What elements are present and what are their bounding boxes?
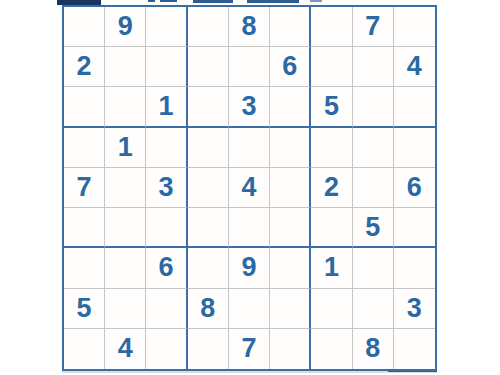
sudoku-cell-r3c2[interactable] <box>105 87 146 127</box>
sudoku-cell-r7c9[interactable] <box>394 248 435 288</box>
sudoku-cell-r4c3[interactable] <box>146 128 187 168</box>
sudoku-cell-r5c2[interactable] <box>105 168 146 208</box>
sudoku-cell-r3c1[interactable] <box>64 87 105 127</box>
sudoku-cell-r9c6[interactable] <box>270 329 311 369</box>
sudoku-cell-r9c5[interactable]: 7 <box>229 329 270 369</box>
sudoku-cell-r5c6[interactable] <box>270 168 311 208</box>
sudoku-board: 9872641351734265691583478 <box>62 5 437 371</box>
sudoku-cell-r3c7[interactable]: 5 <box>311 87 352 127</box>
sudoku-cell-r6c6[interactable] <box>270 208 311 248</box>
sudoku-cell-r7c4[interactable] <box>188 248 229 288</box>
sudoku-cell-r6c4[interactable] <box>188 208 229 248</box>
sudoku-cell-r4c2[interactable]: 1 <box>105 128 146 168</box>
sudoku-cell-r1c3[interactable] <box>146 7 187 47</box>
sudoku-cell-r2c3[interactable] <box>146 47 187 87</box>
sudoku-cell-r3c8[interactable] <box>353 87 394 127</box>
sudoku-cell-r5c5[interactable]: 4 <box>229 168 270 208</box>
sudoku-cell-r6c8[interactable]: 5 <box>353 208 394 248</box>
cropped-top-artifact <box>310 0 322 2</box>
sudoku-cell-r9c8[interactable]: 8 <box>353 329 394 369</box>
sudoku-cell-r4c4[interactable] <box>188 128 229 168</box>
cropped-top-artifact <box>247 0 299 3</box>
sudoku-page: 9872641351734265691583478 <box>0 0 500 375</box>
sudoku-cell-r3c6[interactable] <box>270 87 311 127</box>
sudoku-cell-r9c9[interactable] <box>394 329 435 369</box>
sudoku-cell-r2c5[interactable] <box>229 47 270 87</box>
sudoku-cell-r6c2[interactable] <box>105 208 146 248</box>
sudoku-cell-r2c2[interactable] <box>105 47 146 87</box>
sudoku-cell-r7c1[interactable] <box>64 248 105 288</box>
sudoku-cell-r8c7[interactable] <box>311 289 352 329</box>
sudoku-cell-r9c1[interactable] <box>64 329 105 369</box>
sudoku-cell-r5c1[interactable]: 7 <box>64 168 105 208</box>
sudoku-cell-r5c3[interactable]: 3 <box>146 168 187 208</box>
sudoku-cell-r8c9[interactable]: 3 <box>394 289 435 329</box>
sudoku-cell-r6c5[interactable] <box>229 208 270 248</box>
sudoku-cell-r6c7[interactable] <box>311 208 352 248</box>
sudoku-cell-r7c2[interactable] <box>105 248 146 288</box>
sudoku-cell-r1c7[interactable] <box>311 7 352 47</box>
sudoku-cell-r4c1[interactable] <box>64 128 105 168</box>
sudoku-cell-r5c9[interactable]: 6 <box>394 168 435 208</box>
sudoku-cell-r4c7[interactable] <box>311 128 352 168</box>
sudoku-cell-r6c9[interactable] <box>394 208 435 248</box>
cropped-top-artifact <box>148 0 155 2</box>
sudoku-cell-r4c5[interactable] <box>229 128 270 168</box>
sudoku-cell-r6c3[interactable] <box>146 208 187 248</box>
sudoku-cell-r4c9[interactable] <box>394 128 435 168</box>
sudoku-cell-r3c3[interactable]: 1 <box>146 87 187 127</box>
sudoku-cell-r5c8[interactable] <box>353 168 394 208</box>
sudoku-cell-r8c1[interactable]: 5 <box>64 289 105 329</box>
sudoku-cell-r5c7[interactable]: 2 <box>311 168 352 208</box>
sudoku-cell-r3c4[interactable] <box>188 87 229 127</box>
cropped-bottom-shadow <box>62 371 437 373</box>
sudoku-cell-r7c3[interactable]: 6 <box>146 248 187 288</box>
sudoku-cell-r9c3[interactable] <box>146 329 187 369</box>
cropped-top-artifact <box>160 0 177 2</box>
sudoku-cell-r2c1[interactable]: 2 <box>64 47 105 87</box>
sudoku-cell-r1c9[interactable] <box>394 7 435 47</box>
sudoku-cell-r8c8[interactable] <box>353 289 394 329</box>
sudoku-cell-r1c2[interactable]: 9 <box>105 7 146 47</box>
sudoku-cell-r7c7[interactable]: 1 <box>311 248 352 288</box>
sudoku-cell-r2c6[interactable]: 6 <box>270 47 311 87</box>
sudoku-cell-r5c4[interactable] <box>188 168 229 208</box>
sudoku-cell-r9c4[interactable] <box>188 329 229 369</box>
sudoku-cell-r2c9[interactable]: 4 <box>394 47 435 87</box>
sudoku-cell-r2c7[interactable] <box>311 47 352 87</box>
cropped-top-artifact <box>193 0 233 3</box>
sudoku-cell-r4c6[interactable] <box>270 128 311 168</box>
sudoku-cell-r1c8[interactable]: 7 <box>353 7 394 47</box>
sudoku-cell-r3c5[interactable]: 3 <box>229 87 270 127</box>
sudoku-cell-r7c8[interactable] <box>353 248 394 288</box>
sudoku-cell-r8c4[interactable]: 8 <box>188 289 229 329</box>
sudoku-cell-r9c2[interactable]: 4 <box>105 329 146 369</box>
sudoku-cell-r7c6[interactable] <box>270 248 311 288</box>
sudoku-cell-r9c7[interactable] <box>311 329 352 369</box>
sudoku-cell-r1c1[interactable] <box>64 7 105 47</box>
sudoku-cell-r1c6[interactable] <box>270 7 311 47</box>
sudoku-cell-r2c8[interactable] <box>353 47 394 87</box>
sudoku-cell-r1c5[interactable]: 8 <box>229 7 270 47</box>
sudoku-cell-r4c8[interactable] <box>353 128 394 168</box>
sudoku-cell-r3c9[interactable] <box>394 87 435 127</box>
sudoku-cell-r6c1[interactable] <box>64 208 105 248</box>
sudoku-cell-r8c2[interactable] <box>105 289 146 329</box>
sudoku-cell-r8c3[interactable] <box>146 289 187 329</box>
sudoku-cell-r1c4[interactable] <box>188 7 229 47</box>
sudoku-cell-r7c5[interactable]: 9 <box>229 248 270 288</box>
sudoku-cell-r2c4[interactable] <box>188 47 229 87</box>
sudoku-cell-r8c5[interactable] <box>229 289 270 329</box>
sudoku-cell-r8c6[interactable] <box>270 289 311 329</box>
